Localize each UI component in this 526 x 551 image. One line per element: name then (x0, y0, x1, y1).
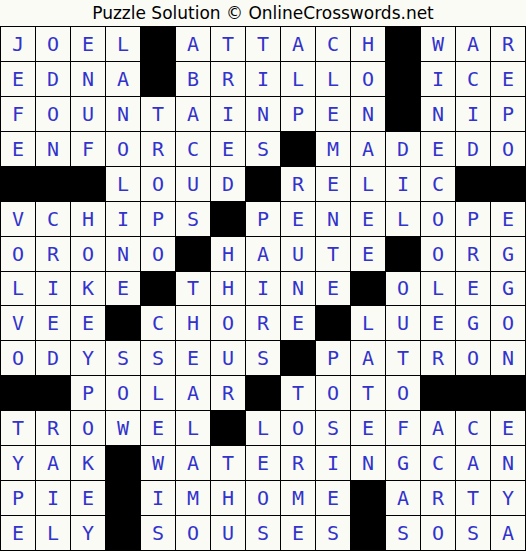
letter-cell-r13c9: R (281, 446, 315, 480)
letter-cell-r12c5: E (141, 411, 175, 445)
letter-cell-r9c5: C (141, 306, 175, 340)
letter-cell-r5c7: D (211, 167, 245, 201)
letter-cell-r12c9: O (281, 411, 315, 445)
letter-cell-r12c12: F (386, 411, 420, 445)
letter-cell-r2c10: L (316, 62, 350, 96)
letter-cell-r6c6: S (176, 202, 210, 236)
letter-cell-r1c1: J (1, 27, 35, 61)
letter-cell-r6c8: P (246, 202, 280, 236)
letter-cell-r7c15: G (491, 237, 525, 271)
letter-cell-r3c1: F (1, 97, 35, 131)
letter-cell-r9c9: E (281, 306, 315, 340)
black-cell-r10c9 (281, 341, 315, 375)
letter-cell-r13c2: A (36, 446, 70, 480)
letter-cell-r9c8: R (246, 306, 280, 340)
letter-cell-r8c3: K (71, 272, 105, 306)
letter-cell-r12c8: L (246, 411, 280, 445)
letter-cell-r4c5: R (141, 132, 175, 166)
letter-cell-r12c14: C (456, 411, 490, 445)
letter-cell-r10c1: O (1, 341, 35, 375)
letter-cell-r7c8: A (246, 237, 280, 271)
letter-cell-r7c1: O (1, 237, 35, 271)
letter-cell-r1c10: C (316, 27, 350, 61)
black-cell-r7c6 (176, 237, 210, 271)
letter-cell-r7c2: R (36, 237, 70, 271)
letter-cell-r10c3: Y (71, 341, 105, 375)
letter-cell-r1c2: O (36, 27, 70, 61)
letter-cell-r9c7: O (211, 306, 245, 340)
letter-cell-r14c8: O (246, 481, 280, 515)
letter-cell-r12c1: T (1, 411, 35, 445)
black-cell-r1c5 (141, 27, 175, 61)
black-cell-r9c10 (316, 306, 350, 340)
letter-cell-r6c9: E (281, 202, 315, 236)
letter-cell-r3c14: I (456, 97, 490, 131)
letter-cell-r8c2: I (36, 272, 70, 306)
letter-cell-r15c13: O (421, 516, 455, 550)
letter-cell-r14c12: A (386, 481, 420, 515)
letter-cell-r7c9: U (281, 237, 315, 271)
letter-cell-r1c14: A (456, 27, 490, 61)
letter-cell-r6c4: I (106, 202, 140, 236)
black-cell-r5c2 (36, 167, 70, 201)
letter-cell-r15c12: S (386, 516, 420, 550)
letter-cell-r10c10: P (316, 341, 350, 375)
black-cell-r5c15 (491, 167, 525, 201)
letter-cell-r3c2: O (36, 97, 70, 131)
letter-cell-r10c7: U (211, 341, 245, 375)
letter-cell-r14c7: H (211, 481, 245, 515)
black-cell-r11c13 (421, 376, 455, 410)
letter-cell-r11c9: T (281, 376, 315, 410)
letter-cell-r12c15: E (491, 411, 525, 445)
letter-cell-r11c3: P (71, 376, 105, 410)
letter-cell-r15c9: E (281, 516, 315, 550)
letter-cell-r6c14: P (456, 202, 490, 236)
letter-cell-r3c9: P (281, 97, 315, 131)
letter-cell-r3c11: N (351, 97, 385, 131)
letter-cell-r2c7: R (211, 62, 245, 96)
letter-cell-r12c4: W (106, 411, 140, 445)
letter-cell-r15c10: S (316, 516, 350, 550)
letter-cell-r1c9: A (281, 27, 315, 61)
letter-cell-r10c4: S (106, 341, 140, 375)
letter-cell-r11c12: O (386, 376, 420, 410)
letter-cell-r8c10: E (316, 272, 350, 306)
letter-cell-r13c5: W (141, 446, 175, 480)
letter-cell-r2c13: I (421, 62, 455, 96)
black-cell-r5c3 (71, 167, 105, 201)
black-cell-r5c8 (246, 167, 280, 201)
letter-cell-r9c11: L (351, 306, 385, 340)
letter-cell-r4c2: N (36, 132, 70, 166)
letter-cell-r9c6: H (176, 306, 210, 340)
letter-cell-r5c12: I (386, 167, 420, 201)
letter-cell-r10c6: E (176, 341, 210, 375)
black-cell-r11c1 (1, 376, 35, 410)
letter-cell-r8c14: E (456, 272, 490, 306)
letter-cell-r8c7: H (211, 272, 245, 306)
letter-cell-r6c1: V (1, 202, 35, 236)
letter-cell-r8c15: G (491, 272, 525, 306)
letter-cell-r13c13: C (421, 446, 455, 480)
letter-cell-r7c14: R (456, 237, 490, 271)
letter-cell-r1c15: R (491, 27, 525, 61)
letter-cell-r15c2: L (36, 516, 70, 550)
letter-cell-r13c6: A (176, 446, 210, 480)
letter-cell-r15c5: S (141, 516, 175, 550)
letter-cell-r13c8: E (246, 446, 280, 480)
letter-cell-r9c3: E (71, 306, 105, 340)
letter-cell-r5c11: L (351, 167, 385, 201)
letter-cell-r6c5: P (141, 202, 175, 236)
letter-cell-r10c11: A (351, 341, 385, 375)
letter-cell-r11c4: O (106, 376, 140, 410)
letter-cell-r13c3: K (71, 446, 105, 480)
letter-cell-r7c10: T (316, 237, 350, 271)
black-cell-r11c14 (456, 376, 490, 410)
letter-cell-r1c7: T (211, 27, 245, 61)
page: Puzzle Solution © OnlineCrosswords.net J… (0, 0, 526, 551)
letter-cell-r3c7: I (211, 97, 245, 131)
letter-cell-r13c12: G (386, 446, 420, 480)
letter-cell-r11c5: L (141, 376, 175, 410)
letter-cell-r3c10: E (316, 97, 350, 131)
letter-cell-r9c1: V (1, 306, 35, 340)
letter-cell-r2c1: E (1, 62, 35, 96)
letter-cell-r14c3: E (71, 481, 105, 515)
letter-cell-r1c11: H (351, 27, 385, 61)
letter-cell-r14c15: Y (491, 481, 525, 515)
letter-cell-r2c15: E (491, 62, 525, 96)
letter-cell-r7c13: O (421, 237, 455, 271)
letter-cell-r10c14: O (456, 341, 490, 375)
black-cell-r4c9 (281, 132, 315, 166)
letter-cell-r11c11: T (351, 376, 385, 410)
black-cell-r6c7 (211, 202, 245, 236)
letter-cell-r2c8: I (246, 62, 280, 96)
letter-cell-r7c7: H (211, 237, 245, 271)
letter-cell-r10c12: T (386, 341, 420, 375)
letter-cell-r6c3: H (71, 202, 105, 236)
letter-cell-r13c10: I (316, 446, 350, 480)
letter-cell-r4c1: E (1, 132, 35, 166)
letter-cell-r1c6: A (176, 27, 210, 61)
letter-cell-r11c10: O (316, 376, 350, 410)
letter-cell-r6c12: L (386, 202, 420, 236)
letter-cell-r10c13: R (421, 341, 455, 375)
letter-cell-r9c13: E (421, 306, 455, 340)
black-cell-r12c7 (211, 411, 245, 445)
letter-cell-r3c4: N (106, 97, 140, 131)
letter-cell-r15c1: E (1, 516, 35, 550)
letter-cell-r2c2: D (36, 62, 70, 96)
letter-cell-r4c4: O (106, 132, 140, 166)
letter-cell-r3c15: P (491, 97, 525, 131)
letter-cell-r5c4: L (106, 167, 140, 201)
letter-cell-r12c3: O (71, 411, 105, 445)
letter-cell-r11c6: A (176, 376, 210, 410)
letter-cell-r13c1: Y (1, 446, 35, 480)
letter-cell-r15c15: A (491, 516, 525, 550)
letter-cell-r13c14: A (456, 446, 490, 480)
letter-cell-r8c9: N (281, 272, 315, 306)
letter-cell-r15c7: U (211, 516, 245, 550)
letter-cell-r12c10: S (316, 411, 350, 445)
letter-cell-r14c10: E (316, 481, 350, 515)
letter-cell-r14c1: P (1, 481, 35, 515)
letter-cell-r8c1: L (1, 272, 35, 306)
letter-cell-r5c10: E (316, 167, 350, 201)
black-cell-r2c12 (386, 62, 420, 96)
letter-cell-r1c4: L (106, 27, 140, 61)
letter-cell-r2c11: O (351, 62, 385, 96)
letter-cell-r4c14: D (456, 132, 490, 166)
letter-cell-r15c8: S (246, 516, 280, 550)
black-cell-r5c1 (1, 167, 35, 201)
letter-cell-r4c10: M (316, 132, 350, 166)
letter-cell-r5c6: U (176, 167, 210, 201)
letter-cell-r5c13: C (421, 167, 455, 201)
letter-cell-r6c15: E (491, 202, 525, 236)
letter-cell-r6c2: C (36, 202, 70, 236)
letter-cell-r1c8: T (246, 27, 280, 61)
black-cell-r14c11 (351, 481, 385, 515)
letter-cell-r10c2: D (36, 341, 70, 375)
letter-cell-r13c15: N (491, 446, 525, 480)
letter-cell-r7c4: N (106, 237, 140, 271)
letter-cell-r12c11: E (351, 411, 385, 445)
letter-cell-r5c5: O (141, 167, 175, 201)
letter-cell-r1c13: W (421, 27, 455, 61)
letter-cell-r4c7: E (211, 132, 245, 166)
letter-cell-r3c6: A (176, 97, 210, 131)
letter-cell-r12c2: R (36, 411, 70, 445)
black-cell-r1c12 (386, 27, 420, 61)
black-cell-r8c11 (351, 272, 385, 306)
black-cell-r7c12 (386, 237, 420, 271)
letter-cell-r6c13: O (421, 202, 455, 236)
letter-cell-r12c6: L (176, 411, 210, 445)
black-cell-r2c5 (141, 62, 175, 96)
letter-cell-r7c11: E (351, 237, 385, 271)
black-cell-r8c5 (141, 272, 175, 306)
letter-cell-r15c14: S (456, 516, 490, 550)
letter-cell-r10c5: S (141, 341, 175, 375)
letter-cell-r3c13: N (421, 97, 455, 131)
letter-cell-r14c2: I (36, 481, 70, 515)
letter-cell-r12c13: A (421, 411, 455, 445)
letter-cell-r11c7: R (211, 376, 245, 410)
letter-cell-r14c5: I (141, 481, 175, 515)
black-cell-r11c2 (36, 376, 70, 410)
black-cell-r15c4 (106, 516, 140, 550)
letter-cell-r13c11: N (351, 446, 385, 480)
black-cell-r14c4 (106, 481, 140, 515)
letter-cell-r7c5: O (141, 237, 175, 271)
letter-cell-r2c6: B (176, 62, 210, 96)
letter-cell-r9c15: O (491, 306, 525, 340)
letter-cell-r6c11: E (351, 202, 385, 236)
letter-cell-r2c14: C (456, 62, 490, 96)
letter-cell-r6c10: N (316, 202, 350, 236)
letter-cell-r14c13: R (421, 481, 455, 515)
letter-cell-r2c3: N (71, 62, 105, 96)
letter-cell-r3c3: U (71, 97, 105, 131)
letter-cell-r15c6: O (176, 516, 210, 550)
letter-cell-r10c8: S (246, 341, 280, 375)
black-cell-r11c8 (246, 376, 280, 410)
letter-cell-r14c6: M (176, 481, 210, 515)
letter-cell-r2c9: L (281, 62, 315, 96)
letter-cell-r8c4: E (106, 272, 140, 306)
letter-cell-r10c15: N (491, 341, 525, 375)
letter-cell-r8c8: I (246, 272, 280, 306)
letter-cell-r4c11: A (351, 132, 385, 166)
letter-cell-r4c12: D (386, 132, 420, 166)
letter-cell-r14c14: T (456, 481, 490, 515)
letter-cell-r8c12: O (386, 272, 420, 306)
letter-cell-r5c9: R (281, 167, 315, 201)
letter-cell-r2c4: A (106, 62, 140, 96)
letter-cell-r3c8: N (246, 97, 280, 131)
letter-cell-r8c13: L (421, 272, 455, 306)
black-cell-r13c4 (106, 446, 140, 480)
letter-cell-r4c3: F (71, 132, 105, 166)
letter-cell-r9c2: E (36, 306, 70, 340)
black-cell-r11c15 (491, 376, 525, 410)
letter-cell-r9c14: G (456, 306, 490, 340)
letter-cell-r8c6: T (176, 272, 210, 306)
letter-cell-r7c3: O (71, 237, 105, 271)
black-cell-r3c12 (386, 97, 420, 131)
letter-cell-r14c9: M (281, 481, 315, 515)
black-cell-r5c14 (456, 167, 490, 201)
page-title: Puzzle Solution © OnlineCrosswords.net (0, 0, 526, 26)
black-cell-r15c11 (351, 516, 385, 550)
letter-cell-r9c12: U (386, 306, 420, 340)
letter-cell-r4c6: C (176, 132, 210, 166)
letter-cell-r4c15: O (491, 132, 525, 166)
letter-cell-r15c3: Y (71, 516, 105, 550)
letter-cell-r1c3: E (71, 27, 105, 61)
crossword-grid: JOELATTACHWAREDNABRILLOICEFOUNTAINPENNIP… (0, 26, 526, 551)
letter-cell-r13c7: T (211, 446, 245, 480)
letter-cell-r4c8: S (246, 132, 280, 166)
letter-cell-r3c5: T (141, 97, 175, 131)
black-cell-r9c4 (106, 306, 140, 340)
letter-cell-r4c13: E (421, 132, 455, 166)
